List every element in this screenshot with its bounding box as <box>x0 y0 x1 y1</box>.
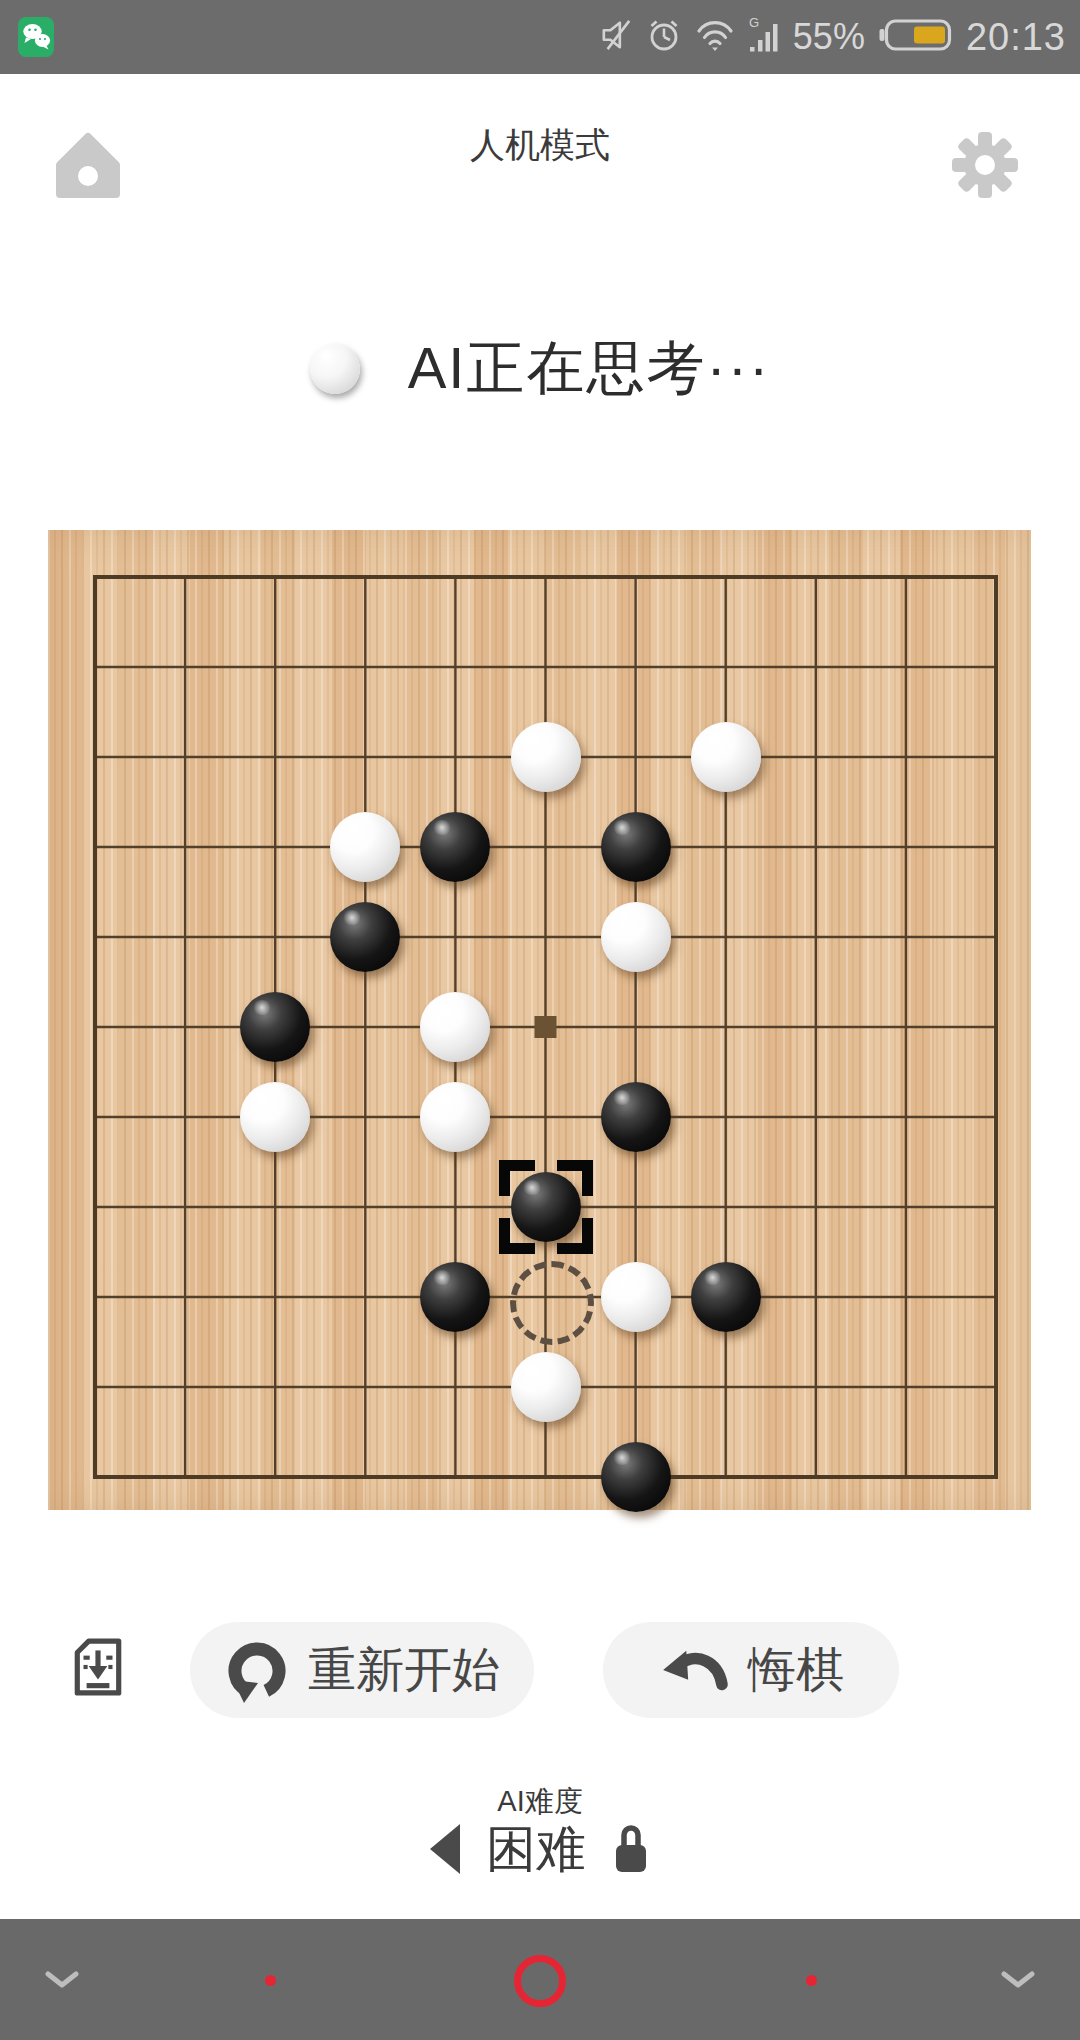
app-screen: G 55% 20:13 人机模式 <box>0 0 1080 2040</box>
export-record-icon <box>74 1638 122 1696</box>
black-stone <box>601 1442 671 1512</box>
mute-icon <box>601 17 633 57</box>
ai-status-row: AI正在思考··· <box>0 336 1080 402</box>
nav-notification-dot-right <box>806 1975 817 1986</box>
black-stone <box>420 812 490 882</box>
white-stone <box>330 812 400 882</box>
wifi-icon <box>695 19 735 55</box>
undo-arrow-icon <box>658 1642 730 1698</box>
white-stone <box>601 902 671 972</box>
game-record-button[interactable] <box>74 1638 122 1698</box>
white-stone <box>420 992 490 1062</box>
white-stone <box>601 1262 671 1332</box>
difficulty-row: 困难 <box>0 1818 1080 1880</box>
white-stone <box>511 1352 581 1422</box>
settings-gear-button[interactable] <box>952 132 1018 202</box>
black-stone <box>420 1262 490 1332</box>
white-stone <box>420 1082 490 1152</box>
nav-collapse-right-icon[interactable] <box>1001 1971 1035 1993</box>
board-pieces <box>48 530 1031 1510</box>
alarm-icon <box>647 17 681 57</box>
lock-icon[interactable] <box>612 1820 650 1878</box>
svg-text:G: G <box>749 16 759 30</box>
restart-button[interactable]: 重新开始 <box>190 1622 534 1718</box>
gomoku-board[interactable] <box>48 530 1031 1510</box>
status-bar: G 55% 20:13 <box>0 0 1080 74</box>
white-stone-icon <box>310 344 360 394</box>
restart-icon <box>224 1637 290 1703</box>
white-stone <box>240 1082 310 1152</box>
black-stone <box>240 992 310 1062</box>
battery-icon <box>879 19 952 55</box>
signal-strength-icon: G <box>749 16 779 58</box>
undo-label: 悔棋 <box>748 1638 844 1702</box>
clock: 20:13 <box>966 16 1066 59</box>
nav-home-ring-button[interactable] <box>514 1955 566 2007</box>
battery-percent: 55% <box>793 16 865 58</box>
status-indicators: G 55% 20:13 <box>601 0 1066 74</box>
white-stone <box>511 722 581 792</box>
ai-status-text: AI正在思考··· <box>408 330 771 408</box>
black-stone <box>330 902 400 972</box>
page-title: 人机模式 <box>0 122 1080 169</box>
white-stone <box>691 722 761 792</box>
difficulty-decrease-arrow[interactable] <box>430 1824 460 1874</box>
undo-button[interactable]: 悔棋 <box>603 1622 899 1718</box>
black-stone <box>601 812 671 882</box>
hint-marker <box>510 1261 594 1345</box>
black-stone <box>691 1262 761 1332</box>
difficulty-value: 困难 <box>486 1816 586 1883</box>
nav-collapse-left-icon[interactable] <box>45 1971 79 1993</box>
black-stone <box>601 1082 671 1152</box>
wechat-notification-icon <box>18 16 54 58</box>
last-move-marker <box>499 1160 593 1254</box>
nav-notification-dot-left <box>265 1975 276 1986</box>
restart-label: 重新开始 <box>308 1638 500 1702</box>
